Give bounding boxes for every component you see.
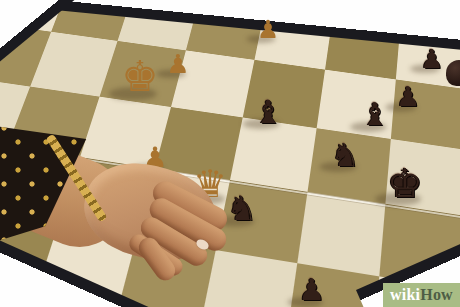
watermark-wiki-text: wiki <box>390 286 420 304</box>
watermark-how-text: How <box>420 286 453 304</box>
wikihow-watermark: wikiHow <box>383 283 460 307</box>
photo-stage: ♚♟♟♝♟♟♝♞♚♟♛♞♟♟ wikiHow <box>0 0 460 307</box>
